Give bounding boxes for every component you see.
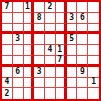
sudoku-cell-empty[interactable]: [34, 56, 45, 67]
sudoku-cell-empty[interactable]: [88, 34, 99, 45]
sudoku-cell-empty[interactable]: [2, 24, 13, 35]
sudoku-cell-empty[interactable]: [2, 13, 13, 24]
sudoku-cell-empty[interactable]: [77, 78, 88, 89]
sudoku-cell-empty[interactable]: [45, 88, 56, 99]
sudoku-cell-empty[interactable]: [13, 88, 24, 99]
sudoku-cell-empty[interactable]: [56, 78, 67, 89]
sudoku-cell-empty[interactable]: [2, 56, 13, 67]
sudoku-cell-given: 2: [45, 2, 56, 13]
sudoku-cell-empty[interactable]: [13, 13, 24, 24]
sudoku-cell-empty[interactable]: [67, 67, 78, 78]
sudoku-cell-empty[interactable]: [34, 24, 45, 35]
sudoku-cell-empty[interactable]: [56, 88, 67, 99]
sudoku-cell-empty[interactable]: [34, 34, 45, 45]
sudoku-cell-given: 5: [67, 34, 78, 45]
sudoku-cell-given: 3: [34, 67, 45, 78]
sudoku-cell-given: 4: [2, 78, 13, 89]
sudoku-cell-empty[interactable]: [77, 2, 88, 13]
sudoku-cell-empty[interactable]: [67, 88, 78, 99]
sudoku-cell-given: 2: [2, 88, 13, 99]
sudoku-cell-empty[interactable]: [77, 56, 88, 67]
sudoku-cell-given: 7: [2, 2, 13, 13]
sudoku-cell-empty[interactable]: [13, 45, 24, 56]
sudoku-cell-given: 4: [45, 45, 56, 56]
sudoku-cell-empty[interactable]: [77, 45, 88, 56]
sudoku-cell-empty[interactable]: [24, 67, 35, 78]
sudoku-cell-given: 3: [13, 34, 24, 45]
sudoku-cell-empty[interactable]: [45, 13, 56, 24]
sudoku-cell-empty[interactable]: [67, 45, 78, 56]
sudoku-cell-empty[interactable]: [13, 2, 24, 13]
sudoku-cell-given: 8: [34, 13, 45, 24]
sudoku-cell-empty[interactable]: [45, 24, 56, 35]
sudoku-cell-empty[interactable]: [2, 45, 13, 56]
sudoku-cell-empty[interactable]: [34, 88, 45, 99]
sudoku-cell-empty[interactable]: [88, 56, 99, 67]
sudoku-cell-empty[interactable]: [88, 88, 99, 99]
sudoku-cell-empty[interactable]: [56, 34, 67, 45]
sudoku-cell-empty[interactable]: [24, 88, 35, 99]
sudoku-cell-empty[interactable]: [24, 56, 35, 67]
sudoku-cell-empty[interactable]: [88, 2, 99, 13]
sudoku-cell-empty[interactable]: [24, 13, 35, 24]
sudoku-cell-given: 9: [77, 67, 88, 78]
sudoku-cell-empty[interactable]: [88, 13, 99, 24]
sudoku-cell-empty[interactable]: [45, 67, 56, 78]
sudoku-cell-empty[interactable]: [77, 88, 88, 99]
sudoku-cell-empty[interactable]: [88, 67, 99, 78]
sudoku-cell-empty[interactable]: [67, 78, 78, 89]
sudoku-cell-empty[interactable]: [56, 13, 67, 24]
sudoku-cell-empty[interactable]: [45, 34, 56, 45]
sudoku-cell-given: 6: [77, 13, 88, 24]
sudoku-cell-empty[interactable]: [24, 24, 35, 35]
sudoku-cell-given: 1: [24, 2, 35, 13]
sudoku-cell-empty[interactable]: [45, 56, 56, 67]
sudoku-cell-empty[interactable]: [45, 78, 56, 89]
sudoku-cell-given: 3: [67, 13, 78, 24]
sudoku-cell-empty[interactable]: [34, 78, 45, 89]
sudoku-cell-empty[interactable]: [67, 56, 78, 67]
sudoku-cell-empty[interactable]: [56, 67, 67, 78]
sudoku-cell-empty[interactable]: [24, 34, 35, 45]
sudoku-cell-empty[interactable]: [13, 78, 24, 89]
sudoku-cell-empty[interactable]: [67, 24, 78, 35]
sudoku-cell-empty[interactable]: [67, 2, 78, 13]
sudoku-cell-given: 6: [13, 67, 24, 78]
sudoku-cell-empty[interactable]: [13, 56, 24, 67]
sudoku-cell-empty[interactable]: [24, 78, 35, 89]
sudoku-cell-empty[interactable]: [2, 67, 13, 78]
sudoku-cell-empty[interactable]: [24, 45, 35, 56]
sudoku-board: 71283635417639412: [0, 0, 101, 101]
sudoku-cell-empty[interactable]: [77, 34, 88, 45]
sudoku-cell-empty[interactable]: [2, 34, 13, 45]
sudoku-cell-given: 7: [56, 56, 67, 67]
sudoku-cell-empty[interactable]: [88, 45, 99, 56]
sudoku-cell-given: 1: [88, 78, 99, 89]
sudoku-cell-empty[interactable]: [77, 24, 88, 35]
sudoku-cell-empty[interactable]: [56, 2, 67, 13]
sudoku-cell-empty[interactable]: [13, 24, 24, 35]
sudoku-cell-empty[interactable]: [34, 2, 45, 13]
sudoku-cell-empty[interactable]: [88, 24, 99, 35]
sudoku-cell-empty[interactable]: [56, 24, 67, 35]
sudoku-cell-empty[interactable]: [34, 45, 45, 56]
